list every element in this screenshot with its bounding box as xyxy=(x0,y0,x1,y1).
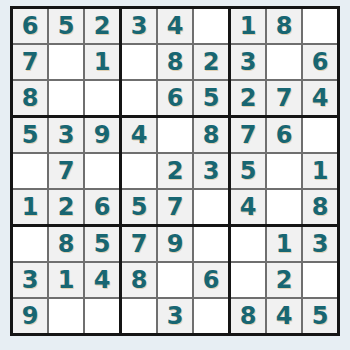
cell-r2c8[interactable] xyxy=(267,45,301,79)
cell-r7c8: 1 xyxy=(267,227,301,261)
cell-r4c2: 3 xyxy=(49,118,83,152)
cell-r4c6: 8 xyxy=(194,118,228,152)
cell-r8c8: 2 xyxy=(267,263,301,297)
cell-r9c8: 4 xyxy=(267,299,301,333)
cell-r6c8[interactable] xyxy=(267,190,301,224)
box-4: 5397126 xyxy=(13,118,119,224)
cell-r4c5[interactable] xyxy=(158,118,192,152)
cell-r9c1: 9 xyxy=(13,299,47,333)
cell-r9c4[interactable] xyxy=(122,299,156,333)
cell-r7c7[interactable] xyxy=(231,227,265,261)
cell-r3c9: 4 xyxy=(303,81,337,115)
cell-r8c5[interactable] xyxy=(158,263,192,297)
cell-r8c3: 4 xyxy=(85,263,119,297)
cell-r5c6: 3 xyxy=(194,154,228,188)
cell-r8c9[interactable] xyxy=(303,263,337,297)
cell-r8c6: 6 xyxy=(194,263,228,297)
cell-r9c6[interactable] xyxy=(194,299,228,333)
cell-r5c5: 2 xyxy=(158,154,192,188)
box-9: 132845 xyxy=(231,227,337,333)
box-8: 79863 xyxy=(122,227,228,333)
cell-r4c4: 4 xyxy=(122,118,156,152)
cell-r3c2[interactable] xyxy=(49,81,83,115)
cell-r7c6[interactable] xyxy=(194,227,228,261)
cell-r4c3: 9 xyxy=(85,118,119,152)
cell-r9c7: 8 xyxy=(231,299,265,333)
cell-r8c2: 1 xyxy=(49,263,83,297)
cell-r3c7: 2 xyxy=(231,81,265,115)
cell-r7c1[interactable] xyxy=(13,227,47,261)
cell-r1c7: 1 xyxy=(231,9,265,43)
cell-r5c3[interactable] xyxy=(85,154,119,188)
box-7: 853149 xyxy=(13,227,119,333)
cell-r1c4: 3 xyxy=(122,9,156,43)
box-1: 652718 xyxy=(13,9,119,115)
cell-r1c3: 2 xyxy=(85,9,119,43)
cell-r2c5: 8 xyxy=(158,45,192,79)
cell-r2c4[interactable] xyxy=(122,45,156,79)
cell-r5c9: 1 xyxy=(303,154,337,188)
cell-r7c9: 3 xyxy=(303,227,337,261)
cell-r3c8: 7 xyxy=(267,81,301,115)
box-2: 348265 xyxy=(122,9,228,115)
box-6: 765148 xyxy=(231,118,337,224)
cell-r1c8: 8 xyxy=(267,9,301,43)
cell-r6c6[interactable] xyxy=(194,190,228,224)
cell-r2c7: 3 xyxy=(231,45,265,79)
cell-r7c3: 5 xyxy=(85,227,119,261)
sudoku-board: 6527183482651836274539712648235776514885… xyxy=(10,6,340,336)
cell-r6c5: 7 xyxy=(158,190,192,224)
cell-r1c5: 4 xyxy=(158,9,192,43)
cell-r5c4[interactable] xyxy=(122,154,156,188)
box-3: 1836274 xyxy=(231,9,337,115)
cell-r3c1: 8 xyxy=(13,81,47,115)
cell-r6c9: 8 xyxy=(303,190,337,224)
box-5: 482357 xyxy=(122,118,228,224)
cell-r5c2: 7 xyxy=(49,154,83,188)
cell-r1c1: 6 xyxy=(13,9,47,43)
cell-r1c9[interactable] xyxy=(303,9,337,43)
cell-r7c2: 8 xyxy=(49,227,83,261)
cell-r2c6: 2 xyxy=(194,45,228,79)
cell-r2c1: 7 xyxy=(13,45,47,79)
cell-r5c1[interactable] xyxy=(13,154,47,188)
cell-r6c7: 4 xyxy=(231,190,265,224)
cell-r9c3[interactable] xyxy=(85,299,119,333)
cell-r6c2: 2 xyxy=(49,190,83,224)
cell-r5c7: 5 xyxy=(231,154,265,188)
cell-r6c3: 6 xyxy=(85,190,119,224)
cell-r7c4: 7 xyxy=(122,227,156,261)
cell-r4c7: 7 xyxy=(231,118,265,152)
cell-r8c7[interactable] xyxy=(231,263,265,297)
cell-r9c2[interactable] xyxy=(49,299,83,333)
cell-r4c8: 6 xyxy=(267,118,301,152)
cell-r3c4[interactable] xyxy=(122,81,156,115)
cell-r8c1: 3 xyxy=(13,263,47,297)
cell-r3c6: 5 xyxy=(194,81,228,115)
cell-r3c5: 6 xyxy=(158,81,192,115)
cell-r1c2: 5 xyxy=(49,9,83,43)
cell-r4c9[interactable] xyxy=(303,118,337,152)
cell-r2c9: 6 xyxy=(303,45,337,79)
cell-r6c1: 1 xyxy=(13,190,47,224)
cell-r9c5: 3 xyxy=(158,299,192,333)
cell-r2c2[interactable] xyxy=(49,45,83,79)
cell-r2c3: 1 xyxy=(85,45,119,79)
cell-r3c3[interactable] xyxy=(85,81,119,115)
cell-r9c9: 5 xyxy=(303,299,337,333)
cell-r1c6[interactable] xyxy=(194,9,228,43)
cell-r4c1: 5 xyxy=(13,118,47,152)
cell-r7c5: 9 xyxy=(158,227,192,261)
cell-r8c4: 8 xyxy=(122,263,156,297)
cell-r6c4: 5 xyxy=(122,190,156,224)
cell-r5c8[interactable] xyxy=(267,154,301,188)
